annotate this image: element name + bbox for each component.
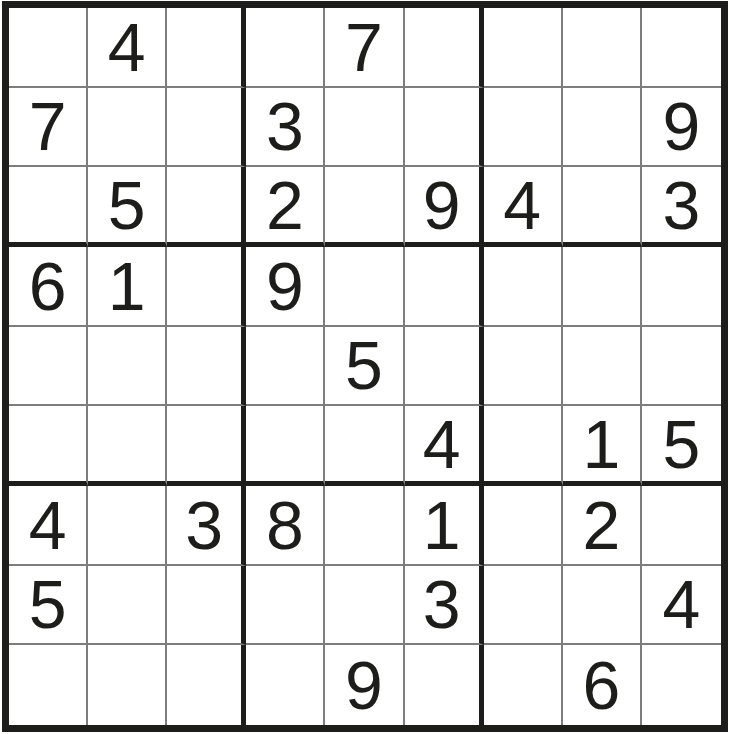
cell-r3c7[interactable]: 4 <box>484 167 563 247</box>
cell-r8c6[interactable]: 3 <box>405 566 484 646</box>
cell-r1c5[interactable]: 7 <box>325 8 404 88</box>
cell-r2c2[interactable] <box>88 88 167 168</box>
cell-r7c5[interactable] <box>325 486 404 566</box>
cell-r1c2[interactable]: 4 <box>88 8 167 88</box>
cell-r7c6[interactable]: 1 <box>405 486 484 566</box>
cell-r7c7[interactable] <box>484 486 563 566</box>
cell-r9c5[interactable]: 9 <box>325 645 404 725</box>
cell-r4c2[interactable]: 1 <box>88 247 167 327</box>
cell-r2c8[interactable] <box>563 88 642 168</box>
cell-r2c3[interactable] <box>167 88 246 168</box>
cell-r4c3[interactable] <box>167 247 246 327</box>
cell-r8c5[interactable] <box>325 566 404 646</box>
cell-r5c4[interactable] <box>246 327 325 407</box>
cell-r4c8[interactable] <box>563 247 642 327</box>
cell-r5c1[interactable] <box>9 327 88 407</box>
cell-r1c1[interactable] <box>9 8 88 88</box>
cell-r8c2[interactable] <box>88 566 167 646</box>
cell-r1c4[interactable] <box>246 8 325 88</box>
cell-r7c2[interactable] <box>88 486 167 566</box>
cell-r2c5[interactable] <box>325 88 404 168</box>
cell-r5c6[interactable] <box>405 327 484 407</box>
cell-r6c8[interactable]: 1 <box>563 406 642 486</box>
cell-r6c2[interactable] <box>88 406 167 486</box>
cell-r4c7[interactable] <box>484 247 563 327</box>
cell-r7c8[interactable]: 2 <box>563 486 642 566</box>
cell-r8c1[interactable]: 5 <box>9 566 88 646</box>
cell-r5c9[interactable] <box>642 327 721 407</box>
cell-r4c9[interactable] <box>642 247 721 327</box>
cell-r8c9[interactable]: 4 <box>642 566 721 646</box>
cell-r4c4[interactable]: 9 <box>246 247 325 327</box>
cell-r6c5[interactable] <box>325 406 404 486</box>
cell-r1c6[interactable] <box>405 8 484 88</box>
cell-r7c1[interactable]: 4 <box>9 486 88 566</box>
cell-r2c6[interactable] <box>405 88 484 168</box>
cell-r9c1[interactable] <box>9 645 88 725</box>
cell-r3c1[interactable] <box>9 167 88 247</box>
cell-r7c4[interactable]: 8 <box>246 486 325 566</box>
cell-r3c2[interactable]: 5 <box>88 167 167 247</box>
cell-r5c8[interactable] <box>563 327 642 407</box>
cell-r9c9[interactable] <box>642 645 721 725</box>
cell-r6c7[interactable] <box>484 406 563 486</box>
cell-r3c9[interactable]: 3 <box>642 167 721 247</box>
cell-r4c5[interactable] <box>325 247 404 327</box>
cell-r7c9[interactable] <box>642 486 721 566</box>
cell-r8c4[interactable] <box>246 566 325 646</box>
cell-r2c9[interactable]: 9 <box>642 88 721 168</box>
cell-r5c7[interactable] <box>484 327 563 407</box>
cell-r7c3[interactable]: 3 <box>167 486 246 566</box>
cell-r4c6[interactable] <box>405 247 484 327</box>
cell-r9c8[interactable]: 6 <box>563 645 642 725</box>
cell-r1c7[interactable] <box>484 8 563 88</box>
cell-r3c3[interactable] <box>167 167 246 247</box>
cell-r8c3[interactable] <box>167 566 246 646</box>
cell-r3c4[interactable]: 2 <box>246 167 325 247</box>
sudoku-board: 477395294361954154381253496 <box>2 1 728 732</box>
cell-r3c5[interactable] <box>325 167 404 247</box>
cell-r6c3[interactable] <box>167 406 246 486</box>
cell-r6c6[interactable]: 4 <box>405 406 484 486</box>
cell-r5c3[interactable] <box>167 327 246 407</box>
cell-r3c8[interactable] <box>563 167 642 247</box>
cell-r1c3[interactable] <box>167 8 246 88</box>
cell-r9c4[interactable] <box>246 645 325 725</box>
cell-r3c6[interactable]: 9 <box>405 167 484 247</box>
cell-r2c1[interactable]: 7 <box>9 88 88 168</box>
cell-r8c7[interactable] <box>484 566 563 646</box>
cell-r2c7[interactable] <box>484 88 563 168</box>
cell-r5c2[interactable] <box>88 327 167 407</box>
cell-r9c3[interactable] <box>167 645 246 725</box>
cell-r6c4[interactable] <box>246 406 325 486</box>
cell-r4c1[interactable]: 6 <box>9 247 88 327</box>
cell-r9c7[interactable] <box>484 645 563 725</box>
cell-r2c4[interactable]: 3 <box>246 88 325 168</box>
cell-r5c5[interactable]: 5 <box>325 327 404 407</box>
cell-r9c6[interactable] <box>405 645 484 725</box>
cell-r1c8[interactable] <box>563 8 642 88</box>
cell-r6c1[interactable] <box>9 406 88 486</box>
cell-r8c8[interactable] <box>563 566 642 646</box>
cell-r1c9[interactable] <box>642 8 721 88</box>
sudoku-page: 477395294361954154381253496 <box>0 0 730 734</box>
cell-r6c9[interactable]: 5 <box>642 406 721 486</box>
cell-r9c2[interactable] <box>88 645 167 725</box>
